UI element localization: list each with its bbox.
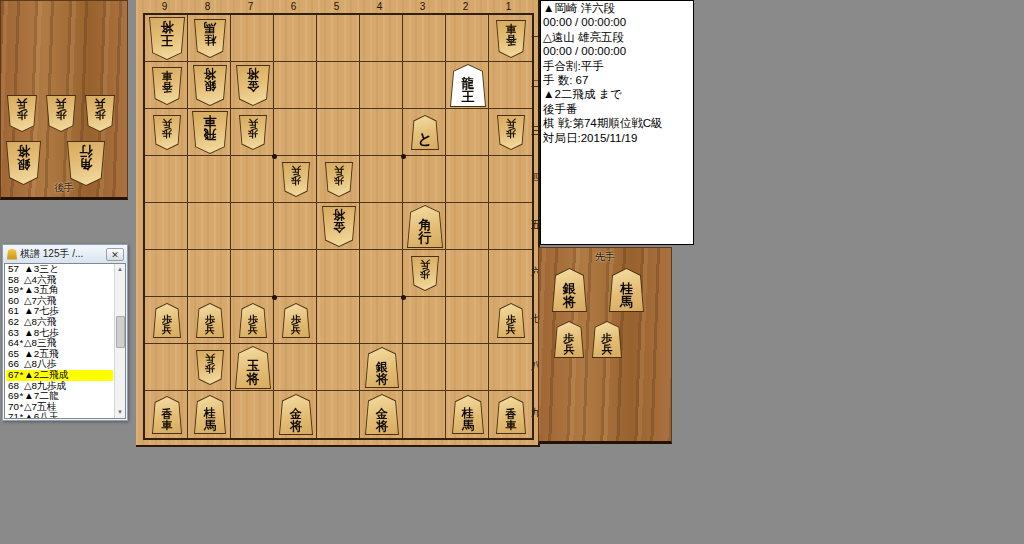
file-label-4: 4: [358, 0, 401, 13]
square-84: [188, 156, 231, 203]
koma-香車-sente: 香車: [496, 396, 526, 434]
file-label-3: 3: [401, 0, 444, 13]
koma-歩兵-gote: 歩兵: [46, 95, 76, 132]
square-75: [231, 203, 274, 250]
koma-歩兵-gote: 歩兵: [411, 256, 439, 291]
move-row-65[interactable]: 65▲2五飛: [6, 349, 113, 360]
file-label-5: 5: [315, 0, 358, 13]
koma-角行-gote: 角行: [67, 141, 105, 186]
koma-歩兵-gote: 歩兵: [497, 115, 525, 150]
info-line-6: ▲2二飛成 まで: [541, 87, 693, 101]
square-31: [403, 15, 446, 62]
sente-hand-row-0: 銀将桂馬: [552, 268, 671, 312]
hoshi-dot: [401, 295, 406, 300]
koma-金将-gote: 金将: [236, 65, 270, 106]
square-47: [360, 297, 403, 344]
koma-桂馬-sente: 桂馬: [452, 395, 484, 434]
square-38: [403, 344, 446, 391]
koma-歩兵-gote: 歩兵: [7, 95, 37, 132]
file-label-1: 1: [487, 0, 530, 13]
koma-歩兵-sente: 歩兵: [554, 321, 584, 358]
hoshi-dot: [401, 154, 406, 159]
kifu-window-titlebar[interactable]: 棋譜 125手 /... ✕: [3, 245, 127, 263]
square-62: [274, 62, 317, 109]
file-label-9: 9: [143, 0, 186, 13]
koma-飛車-gote: 飛車: [192, 111, 228, 154]
koma-香車-gote: 香車: [496, 20, 526, 58]
info-line-9: 対局日:2015/11/19: [541, 131, 693, 145]
square-56: [317, 250, 360, 297]
koma-歩兵-sente: 歩兵: [153, 303, 181, 338]
koma-歩兵-gote: 歩兵: [153, 115, 181, 150]
shogi-board: 987654321 一二三四五六七八九 王将桂馬香車香車銀将金将龍王歩兵飛車歩兵…: [136, 0, 540, 447]
square-15: [489, 203, 532, 250]
move-row-61[interactable]: 61▲7七歩: [6, 306, 113, 317]
square-46: [360, 250, 403, 297]
square-66: [274, 250, 317, 297]
square-61: [274, 15, 317, 62]
koma-金将-sente: 金将: [279, 394, 313, 435]
square-65: [274, 203, 317, 250]
square-37: [403, 297, 446, 344]
square-96: [145, 250, 188, 297]
koma-龍王-sente: 龍王: [450, 64, 486, 107]
info-line-2: △遠山 雄亮五段: [541, 30, 693, 44]
square-16: [489, 250, 532, 297]
square-95: [145, 203, 188, 250]
info-line-5: 手 数: 67: [541, 73, 693, 87]
square-39: [403, 391, 446, 438]
move-row-64[interactable]: 64*△8三飛: [6, 338, 113, 349]
info-line-7: 後手番: [541, 102, 693, 116]
move-row-62[interactable]: 62△8六飛: [6, 317, 113, 328]
koma-歩兵-sente: 歩兵: [239, 303, 267, 338]
file-labels: 987654321: [143, 0, 530, 13]
info-line-1: 00:00 / 00:00:00: [541, 15, 693, 29]
info-line-0: ▲岡崎 洋六段: [541, 1, 693, 15]
info-line-3: 00:00 / 00:00:00: [541, 44, 693, 58]
info-line-8: 棋 戦:第74期順位戦C級: [541, 116, 693, 130]
square-25: [446, 203, 489, 250]
square-27: [446, 297, 489, 344]
koma-香車-gote: 香車: [152, 67, 182, 105]
koma-銀将-sente: 銀将: [365, 347, 399, 388]
sente-hand-row-1: 歩兵歩兵: [554, 321, 671, 358]
square-52: [317, 62, 360, 109]
koma-玉将-sente: 玉将: [235, 346, 271, 389]
koma-金将-sente: 金将: [365, 394, 399, 435]
file-label-8: 8: [186, 0, 229, 13]
koma-歩兵-sente: 歩兵: [282, 303, 310, 338]
sente-label: 先手: [539, 250, 671, 264]
koma-歩兵-gote: 歩兵: [85, 95, 115, 132]
square-26: [446, 250, 489, 297]
gote-hand-row-1: 銀将角行: [6, 141, 127, 186]
square-63: [274, 109, 317, 156]
scroll-down-icon[interactable]: ▼: [115, 407, 125, 418]
koma-歩兵-sente: 歩兵: [196, 303, 224, 338]
koma-歩兵-sente: 歩兵: [592, 321, 622, 358]
square-41: [360, 15, 403, 62]
square-42: [360, 62, 403, 109]
square-71: [231, 15, 274, 62]
koma-香車-sente: 香車: [152, 396, 182, 434]
koma-王将-gote: 王将: [149, 17, 185, 60]
file-label-2: 2: [444, 0, 487, 13]
koma-金将-gote: 金将: [322, 206, 356, 247]
koma-桂馬-sente: 桂馬: [609, 268, 644, 312]
gote-label: 後手: [1, 181, 127, 195]
square-28: [446, 344, 489, 391]
koma-歩兵-gote: 歩兵: [325, 162, 353, 197]
square-68: [274, 344, 317, 391]
square-85: [188, 203, 231, 250]
koma-桂馬-gote: 桂馬: [194, 19, 226, 58]
move-row-67[interactable]: 67*▲2二飛成: [6, 370, 113, 381]
move-row-57[interactable]: 57▲3三と: [6, 264, 113, 275]
square-76: [231, 250, 274, 297]
close-icon[interactable]: ✕: [106, 248, 124, 261]
square-74: [231, 156, 274, 203]
square-14: [489, 156, 532, 203]
square-58: [317, 344, 360, 391]
sente-hand-panel: 先手 銀将桂馬 歩兵歩兵: [538, 247, 672, 444]
square-23: [446, 109, 489, 156]
move-list: 57▲3三と58△4六飛59*▲3五角60△7六飛61▲7七歩62△8六飛63▲…: [4, 263, 126, 419]
square-79: [231, 391, 274, 438]
move-row-60[interactable]: 60△7六飛: [6, 296, 113, 307]
square-86: [188, 250, 231, 297]
hoshi-dot: [272, 295, 277, 300]
square-44: [360, 156, 403, 203]
square-24: [446, 156, 489, 203]
game-info-panel: ▲岡崎 洋六段00:00 / 00:00:00△遠山 雄亮五段00:00 / 0…: [540, 0, 694, 245]
square-43: [360, 109, 403, 156]
square-57: [317, 297, 360, 344]
koma-銀将-sente: 銀将: [552, 268, 587, 312]
koma-桂馬-sente: 桂馬: [194, 395, 226, 434]
koma-と-sente: と: [411, 115, 439, 150]
square-12: [489, 62, 532, 109]
info-line-4: 手合割:平手: [541, 59, 693, 73]
square-34: [403, 156, 446, 203]
square-32: [403, 62, 446, 109]
move-list-scrollbar[interactable]: ▲ ▼: [114, 264, 125, 418]
gote-hand-row-0: 歩兵歩兵歩兵: [7, 95, 127, 132]
square-21: [446, 15, 489, 62]
shogi-piece-icon: [7, 249, 17, 260]
square-18: [489, 344, 532, 391]
koma-歩兵-sente: 歩兵: [497, 303, 525, 338]
koma-銀将-gote: 銀将: [6, 141, 41, 185]
square-59: [317, 391, 360, 438]
square-98: [145, 344, 188, 391]
scroll-up-icon[interactable]: ▲: [115, 264, 125, 275]
move-row-59[interactable]: 59*▲3五角: [6, 285, 113, 296]
hoshi-dot: [272, 154, 277, 159]
koma-角行-sente: 角行: [407, 205, 443, 248]
koma-銀将-gote: 銀将: [193, 65, 227, 106]
koma-歩兵-gote: 歩兵: [282, 162, 310, 197]
square-94: [145, 156, 188, 203]
koma-歩兵-gote: 歩兵: [239, 115, 267, 150]
move-row-71[interactable]: 71*▲6八玉: [6, 412, 113, 418]
kifu-window: 棋譜 125手 /... ✕ 57▲3三と58△4六飛59*▲3五角60△7六飛…: [2, 244, 128, 421]
koma-歩兵-gote: 歩兵: [196, 350, 224, 385]
kifu-window-title: 棋譜 125手 /...: [20, 247, 106, 261]
square-51: [317, 15, 360, 62]
scrollbar-thumb[interactable]: [116, 316, 125, 348]
file-label-7: 7: [229, 0, 272, 13]
gote-hand-panel: 歩兵歩兵歩兵 銀将角行 後手: [0, 0, 128, 200]
square-53: [317, 109, 360, 156]
file-label-6: 6: [272, 0, 315, 13]
square-45: [360, 203, 403, 250]
